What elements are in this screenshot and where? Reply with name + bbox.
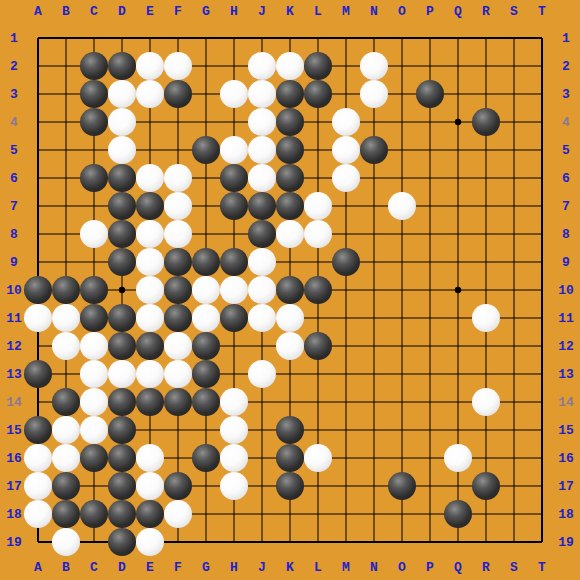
white-stone-H16: [220, 444, 248, 472]
coord-label-top: O: [390, 3, 414, 19]
white-stone-L8: [304, 220, 332, 248]
white-stone-C15: [80, 416, 108, 444]
coord-label-left: 6: [2, 170, 26, 186]
coord-label-bottom: R: [474, 559, 498, 575]
star-point: [455, 287, 461, 293]
coord-label-top: D: [110, 3, 134, 19]
coord-label-right: 2: [554, 58, 578, 74]
black-stone-F10: [164, 276, 192, 304]
white-stone-H3: [220, 80, 248, 108]
black-stone-D12: [108, 332, 136, 360]
coord-label-top: B: [54, 3, 78, 19]
coord-label-top: N: [362, 3, 386, 19]
white-stone-E8: [136, 220, 164, 248]
white-stone-F18: [164, 500, 192, 528]
black-stone-C3: [80, 80, 108, 108]
white-stone-A18: [24, 500, 52, 528]
black-stone-E12: [136, 332, 164, 360]
coord-label-left: 19: [2, 534, 26, 550]
white-stone-B12: [52, 332, 80, 360]
coord-label-bottom: J: [250, 559, 274, 575]
black-stone-B17: [52, 472, 80, 500]
white-stone-E19: [136, 528, 164, 556]
black-stone-D16: [108, 444, 136, 472]
coord-label-bottom: B: [54, 559, 78, 575]
coord-label-left: 1: [2, 30, 26, 46]
black-stone-J8: [248, 220, 276, 248]
white-stone-R14: [472, 388, 500, 416]
black-stone-D6: [108, 164, 136, 192]
white-stone-L7: [304, 192, 332, 220]
black-stone-C10: [80, 276, 108, 304]
coord-label-bottom: E: [138, 559, 162, 575]
coord-label-bottom: G: [194, 559, 218, 575]
white-stone-G10: [192, 276, 220, 304]
coord-label-top: K: [278, 3, 302, 19]
black-stone-O17: [388, 472, 416, 500]
black-stone-J7: [248, 192, 276, 220]
white-stone-J6: [248, 164, 276, 192]
coord-label-left: 16: [2, 450, 26, 466]
white-stone-J10: [248, 276, 276, 304]
coord-label-left: 7: [2, 198, 26, 214]
coord-label-left: 4: [2, 114, 26, 130]
white-stone-G11: [192, 304, 220, 332]
white-stone-J9: [248, 248, 276, 276]
coord-label-bottom: H: [222, 559, 246, 575]
white-stone-J13: [248, 360, 276, 388]
white-stone-E6: [136, 164, 164, 192]
coord-label-top: S: [502, 3, 526, 19]
white-stone-A17: [24, 472, 52, 500]
white-stone-R11: [472, 304, 500, 332]
black-stone-K6: [276, 164, 304, 192]
black-stone-K5: [276, 136, 304, 164]
coord-label-top: C: [82, 3, 106, 19]
black-stone-C2: [80, 52, 108, 80]
coord-label-left: 15: [2, 422, 26, 438]
black-stone-D8: [108, 220, 136, 248]
black-stone-K16: [276, 444, 304, 472]
white-stone-O7: [388, 192, 416, 220]
white-stone-F7: [164, 192, 192, 220]
white-stone-E13: [136, 360, 164, 388]
black-stone-C16: [80, 444, 108, 472]
black-stone-R4: [472, 108, 500, 136]
white-stone-H14: [220, 388, 248, 416]
coord-label-top: R: [474, 3, 498, 19]
black-stone-P3: [416, 80, 444, 108]
white-stone-J4: [248, 108, 276, 136]
black-stone-G16: [192, 444, 220, 472]
white-stone-C8: [80, 220, 108, 248]
white-stone-B16: [52, 444, 80, 472]
white-stone-D4: [108, 108, 136, 136]
coord-label-right: 8: [554, 226, 578, 242]
black-stone-K7: [276, 192, 304, 220]
white-stone-J3: [248, 80, 276, 108]
white-stone-D5: [108, 136, 136, 164]
coord-label-top: L: [306, 3, 330, 19]
white-stone-E10: [136, 276, 164, 304]
black-stone-A10: [24, 276, 52, 304]
black-stone-F11: [164, 304, 192, 332]
white-stone-N3: [360, 80, 388, 108]
star-point: [119, 287, 125, 293]
white-stone-C12: [80, 332, 108, 360]
coord-label-right: 16: [554, 450, 578, 466]
black-stone-G9: [192, 248, 220, 276]
coord-label-top: A: [26, 3, 50, 19]
coord-label-left: 11: [2, 310, 26, 326]
coord-label-top: Q: [446, 3, 470, 19]
coord-label-top: P: [418, 3, 442, 19]
black-stone-N5: [360, 136, 388, 164]
go-board[interactable]: AA11BB22CC33DD44EE55FF66GG77HH88JJ99KK10…: [0, 0, 580, 580]
black-stone-L3: [304, 80, 332, 108]
white-stone-K11: [276, 304, 304, 332]
coord-label-bottom: N: [362, 559, 386, 575]
coord-label-bottom: T: [530, 559, 554, 575]
coord-label-left: 2: [2, 58, 26, 74]
coord-label-left: 14: [2, 394, 26, 410]
white-stone-D13: [108, 360, 136, 388]
coord-label-right: 7: [554, 198, 578, 214]
coord-label-right: 10: [554, 282, 578, 298]
black-stone-L10: [304, 276, 332, 304]
white-stone-F13: [164, 360, 192, 388]
coord-label-left: 3: [2, 86, 26, 102]
black-stone-B18: [52, 500, 80, 528]
black-stone-H6: [220, 164, 248, 192]
black-stone-F3: [164, 80, 192, 108]
coord-label-right: 3: [554, 86, 578, 102]
black-stone-H9: [220, 248, 248, 276]
white-stone-D3: [108, 80, 136, 108]
black-stone-B14: [52, 388, 80, 416]
coord-label-bottom: S: [502, 559, 526, 575]
white-stone-C13: [80, 360, 108, 388]
white-stone-F6: [164, 164, 192, 192]
coord-label-right: 6: [554, 170, 578, 186]
black-stone-A13: [24, 360, 52, 388]
coord-label-bottom: C: [82, 559, 106, 575]
coord-label-bottom: M: [334, 559, 358, 575]
black-stone-K17: [276, 472, 304, 500]
white-stone-B15: [52, 416, 80, 444]
black-stone-K10: [276, 276, 304, 304]
black-stone-E14: [136, 388, 164, 416]
coord-label-right: 5: [554, 142, 578, 158]
white-stone-L16: [304, 444, 332, 472]
coord-label-right: 11: [554, 310, 578, 326]
black-stone-E18: [136, 500, 164, 528]
coord-label-right: 17: [554, 478, 578, 494]
coord-label-left: 8: [2, 226, 26, 242]
black-stone-G12: [192, 332, 220, 360]
white-stone-F12: [164, 332, 192, 360]
black-stone-F9: [164, 248, 192, 276]
white-stone-N2: [360, 52, 388, 80]
black-stone-A15: [24, 416, 52, 444]
black-stone-D2: [108, 52, 136, 80]
black-stone-D7: [108, 192, 136, 220]
coord-label-left: 12: [2, 338, 26, 354]
coord-label-right: 1: [554, 30, 578, 46]
black-stone-H11: [220, 304, 248, 332]
black-stone-K4: [276, 108, 304, 136]
white-stone-B11: [52, 304, 80, 332]
black-stone-D18: [108, 500, 136, 528]
white-stone-J11: [248, 304, 276, 332]
white-stone-H5: [220, 136, 248, 164]
white-stone-H17: [220, 472, 248, 500]
white-stone-A11: [24, 304, 52, 332]
black-stone-G13: [192, 360, 220, 388]
coord-label-bottom: P: [418, 559, 442, 575]
black-stone-D9: [108, 248, 136, 276]
white-stone-E16: [136, 444, 164, 472]
black-stone-K15: [276, 416, 304, 444]
coord-label-right: 19: [554, 534, 578, 550]
black-stone-C18: [80, 500, 108, 528]
coord-label-left: 13: [2, 366, 26, 382]
coord-label-bottom: K: [278, 559, 302, 575]
coord-label-top: T: [530, 3, 554, 19]
white-stone-C14: [80, 388, 108, 416]
coord-label-right: 13: [554, 366, 578, 382]
coord-label-left: 9: [2, 254, 26, 270]
black-stone-F14: [164, 388, 192, 416]
black-stone-Q18: [444, 500, 472, 528]
coord-label-right: 12: [554, 338, 578, 354]
white-stone-H15: [220, 416, 248, 444]
coord-label-left: 17: [2, 478, 26, 494]
white-stone-M4: [332, 108, 360, 136]
white-stone-E11: [136, 304, 164, 332]
black-stone-D17: [108, 472, 136, 500]
white-stone-K8: [276, 220, 304, 248]
black-stone-L2: [304, 52, 332, 80]
white-stone-E9: [136, 248, 164, 276]
white-stone-K2: [276, 52, 304, 80]
white-stone-B19: [52, 528, 80, 556]
coord-label-bottom: F: [166, 559, 190, 575]
coord-label-bottom: A: [26, 559, 50, 575]
white-stone-M6: [332, 164, 360, 192]
black-stone-G14: [192, 388, 220, 416]
coord-label-left: 10: [2, 282, 26, 298]
coord-label-bottom: Q: [446, 559, 470, 575]
white-stone-E17: [136, 472, 164, 500]
coord-label-left: 18: [2, 506, 26, 522]
coord-label-bottom: L: [306, 559, 330, 575]
black-stone-H7: [220, 192, 248, 220]
black-stone-D11: [108, 304, 136, 332]
coord-label-right: 9: [554, 254, 578, 270]
coord-label-right: 15: [554, 422, 578, 438]
black-stone-G5: [192, 136, 220, 164]
coord-label-right: 4: [554, 114, 578, 130]
coord-label-right: 18: [554, 506, 578, 522]
coord-label-top: J: [250, 3, 274, 19]
white-stone-F2: [164, 52, 192, 80]
white-stone-H10: [220, 276, 248, 304]
black-stone-C6: [80, 164, 108, 192]
black-stone-R17: [472, 472, 500, 500]
black-stone-C4: [80, 108, 108, 136]
black-stone-F17: [164, 472, 192, 500]
black-stone-E7: [136, 192, 164, 220]
white-stone-M5: [332, 136, 360, 164]
coord-label-top: H: [222, 3, 246, 19]
black-stone-M9: [332, 248, 360, 276]
black-stone-C11: [80, 304, 108, 332]
coord-label-top: G: [194, 3, 218, 19]
coord-label-bottom: D: [110, 559, 134, 575]
white-stone-K12: [276, 332, 304, 360]
black-stone-B10: [52, 276, 80, 304]
black-stone-D15: [108, 416, 136, 444]
white-stone-J5: [248, 136, 276, 164]
coord-label-right: 14: [554, 394, 578, 410]
star-point: [455, 119, 461, 125]
black-stone-L12: [304, 332, 332, 360]
white-stone-J2: [248, 52, 276, 80]
white-stone-E3: [136, 80, 164, 108]
coord-label-left: 5: [2, 142, 26, 158]
coord-label-top: M: [334, 3, 358, 19]
black-stone-D19: [108, 528, 136, 556]
coord-label-top: F: [166, 3, 190, 19]
white-stone-F8: [164, 220, 192, 248]
white-stone-A16: [24, 444, 52, 472]
black-stone-K3: [276, 80, 304, 108]
coord-label-bottom: O: [390, 559, 414, 575]
black-stone-D14: [108, 388, 136, 416]
white-stone-Q16: [444, 444, 472, 472]
coord-label-top: E: [138, 3, 162, 19]
white-stone-E2: [136, 52, 164, 80]
